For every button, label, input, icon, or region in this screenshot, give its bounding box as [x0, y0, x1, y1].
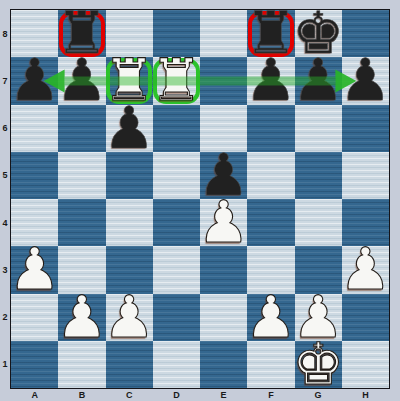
piece-white-pawn-c2[interactable]: ♟ [106, 294, 153, 341]
square-d1[interactable] [153, 341, 200, 388]
piece-black-pawn-c6[interactable]: ♟ [106, 105, 153, 152]
square-f5[interactable] [247, 152, 294, 199]
square-a5[interactable] [11, 152, 58, 199]
file-label-d: D [153, 389, 200, 400]
file-label-a: A [11, 389, 58, 400]
file-label-c: C [106, 389, 153, 400]
square-f4[interactable] [247, 199, 294, 246]
square-b5[interactable] [58, 152, 105, 199]
square-e8[interactable] [200, 10, 247, 57]
square-h5[interactable] [342, 152, 389, 199]
piece-white-king-g1[interactable]: ♚ [295, 341, 342, 388]
rank-label-1: 1 [0, 341, 10, 388]
square-g5[interactable] [295, 152, 342, 199]
file-label-h: H [342, 389, 389, 400]
square-e1[interactable] [200, 341, 247, 388]
file-label-e: E [200, 389, 247, 400]
file-label-b: B [58, 389, 105, 400]
square-h1[interactable] [342, 341, 389, 388]
piece-black-pawn-g7[interactable]: ♟ [295, 57, 342, 104]
square-a1[interactable] [11, 341, 58, 388]
square-d3[interactable] [153, 246, 200, 293]
square-e2[interactable] [200, 294, 247, 341]
square-d2[interactable] [153, 294, 200, 341]
square-d4[interactable] [153, 199, 200, 246]
piece-white-pawn-a3[interactable]: ♟ [11, 246, 58, 293]
piece-white-pawn-e4[interactable]: ♟ [200, 199, 247, 246]
square-e7[interactable] [200, 57, 247, 104]
square-b4[interactable] [58, 199, 105, 246]
piece-black-pawn-f7[interactable]: ♟ [247, 57, 294, 104]
piece-white-pawn-b2[interactable]: ♟ [58, 294, 105, 341]
chess-diagram: ♜♜♚♟♟♜♜♟♟♟♟♟♟♟♟♟♟♟♟♚ 87654321 ABCDEFGH [0, 0, 400, 401]
piece-black-pawn-b7[interactable]: ♟ [58, 57, 105, 104]
piece-white-pawn-h3[interactable]: ♟ [342, 246, 389, 293]
piece-black-pawn-h7[interactable]: ♟ [342, 57, 389, 104]
square-c4[interactable] [106, 199, 153, 246]
rank-label-5: 5 [0, 152, 10, 199]
board: ♜♜♚♟♟♜♜♟♟♟♟♟♟♟♟♟♟♟♟♚ [10, 9, 390, 389]
square-d5[interactable] [153, 152, 200, 199]
square-g4[interactable] [295, 199, 342, 246]
piece-black-pawn-a7[interactable]: ♟ [11, 57, 58, 104]
file-label-f: F [247, 389, 294, 400]
piece-white-pawn-f2[interactable]: ♟ [247, 294, 294, 341]
piece-white-rook-d7[interactable]: ♜ [153, 57, 200, 104]
